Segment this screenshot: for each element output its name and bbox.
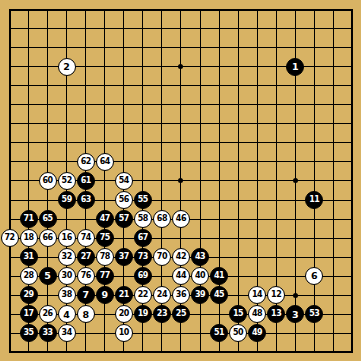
stone-black-41: 41 xyxy=(210,267,228,285)
stone-black-61: 61 xyxy=(77,172,95,190)
stone-white-28: 28 xyxy=(20,267,38,285)
stone-black-65: 65 xyxy=(39,210,57,228)
stone-black-53: 53 xyxy=(305,305,323,323)
stone-white-20: 20 xyxy=(115,305,133,323)
stone-white-60: 60 xyxy=(39,172,57,190)
stone-white-4: 4 xyxy=(58,305,76,323)
stone-black-21: 21 xyxy=(115,286,133,304)
stone-black-55: 55 xyxy=(134,191,152,209)
stone-black-47: 47 xyxy=(96,210,114,228)
stone-black-11: 11 xyxy=(305,191,323,209)
stone-black-67: 67 xyxy=(134,229,152,247)
stone-black-1: 1 xyxy=(286,58,304,76)
stone-black-31: 31 xyxy=(20,248,38,266)
stone-white-18: 18 xyxy=(20,229,38,247)
stone-black-71: 71 xyxy=(20,210,38,228)
stone-white-30: 30 xyxy=(58,267,76,285)
go-board-diagram: 1234567891011121314151617181920212223242… xyxy=(0,0,361,361)
stone-black-37: 37 xyxy=(115,248,133,266)
stone-white-74: 74 xyxy=(77,229,95,247)
stone-black-35: 35 xyxy=(20,324,38,342)
stone-white-32: 32 xyxy=(58,248,76,266)
stone-black-17: 17 xyxy=(20,305,38,323)
stone-black-75: 75 xyxy=(96,229,114,247)
stone-white-2: 2 xyxy=(58,58,76,76)
stone-black-3: 3 xyxy=(286,305,304,323)
stone-black-45: 45 xyxy=(210,286,228,304)
stone-black-9: 9 xyxy=(96,286,114,304)
stone-white-48: 48 xyxy=(248,305,266,323)
stone-white-78: 78 xyxy=(96,248,114,266)
stone-black-57: 57 xyxy=(115,210,133,228)
stone-black-33: 33 xyxy=(39,324,57,342)
stone-white-72: 72 xyxy=(1,229,19,247)
stone-black-49: 49 xyxy=(248,324,266,342)
stone-black-73: 73 xyxy=(134,248,152,266)
stone-white-24: 24 xyxy=(153,286,171,304)
goban: 1234567891011121314151617181920212223242… xyxy=(0,0,361,361)
stone-black-15: 15 xyxy=(229,305,247,323)
stone-white-8: 8 xyxy=(77,305,95,323)
stone-black-5: 5 xyxy=(39,267,57,285)
stone-black-51: 51 xyxy=(210,324,228,342)
stone-white-10: 10 xyxy=(115,324,133,342)
stone-black-63: 63 xyxy=(77,191,95,209)
stone-black-69: 69 xyxy=(134,267,152,285)
stone-white-76: 76 xyxy=(77,267,95,285)
stone-white-54: 54 xyxy=(115,172,133,190)
stone-white-46: 46 xyxy=(172,210,190,228)
stone-white-40: 40 xyxy=(191,267,209,285)
stone-black-23: 23 xyxy=(153,305,171,323)
stone-white-12: 12 xyxy=(267,286,285,304)
stone-white-66: 66 xyxy=(39,229,57,247)
stone-black-19: 19 xyxy=(134,305,152,323)
stone-black-59: 59 xyxy=(58,191,76,209)
stone-black-27: 27 xyxy=(77,248,95,266)
stone-black-13: 13 xyxy=(267,305,285,323)
stone-white-58: 58 xyxy=(134,210,152,228)
stone-white-22: 22 xyxy=(134,286,152,304)
stone-white-50: 50 xyxy=(229,324,247,342)
stone-white-36: 36 xyxy=(172,286,190,304)
stone-white-64: 64 xyxy=(96,153,114,171)
stone-white-26: 26 xyxy=(39,305,57,323)
stone-white-70: 70 xyxy=(153,248,171,266)
stone-black-39: 39 xyxy=(191,286,209,304)
stone-white-56: 56 xyxy=(115,191,133,209)
stone-white-52: 52 xyxy=(58,172,76,190)
stone-white-42: 42 xyxy=(172,248,190,266)
stone-white-62: 62 xyxy=(77,153,95,171)
stone-black-43: 43 xyxy=(191,248,209,266)
stone-black-7: 7 xyxy=(77,286,95,304)
stone-white-6: 6 xyxy=(305,267,323,285)
stone-white-16: 16 xyxy=(58,229,76,247)
stone-white-14: 14 xyxy=(248,286,266,304)
stone-white-68: 68 xyxy=(153,210,171,228)
stone-black-77: 77 xyxy=(96,267,114,285)
stone-black-29: 29 xyxy=(20,286,38,304)
stone-white-34: 34 xyxy=(58,324,76,342)
stone-white-44: 44 xyxy=(172,267,190,285)
stone-white-38: 38 xyxy=(58,286,76,304)
stone-black-25: 25 xyxy=(172,305,190,323)
